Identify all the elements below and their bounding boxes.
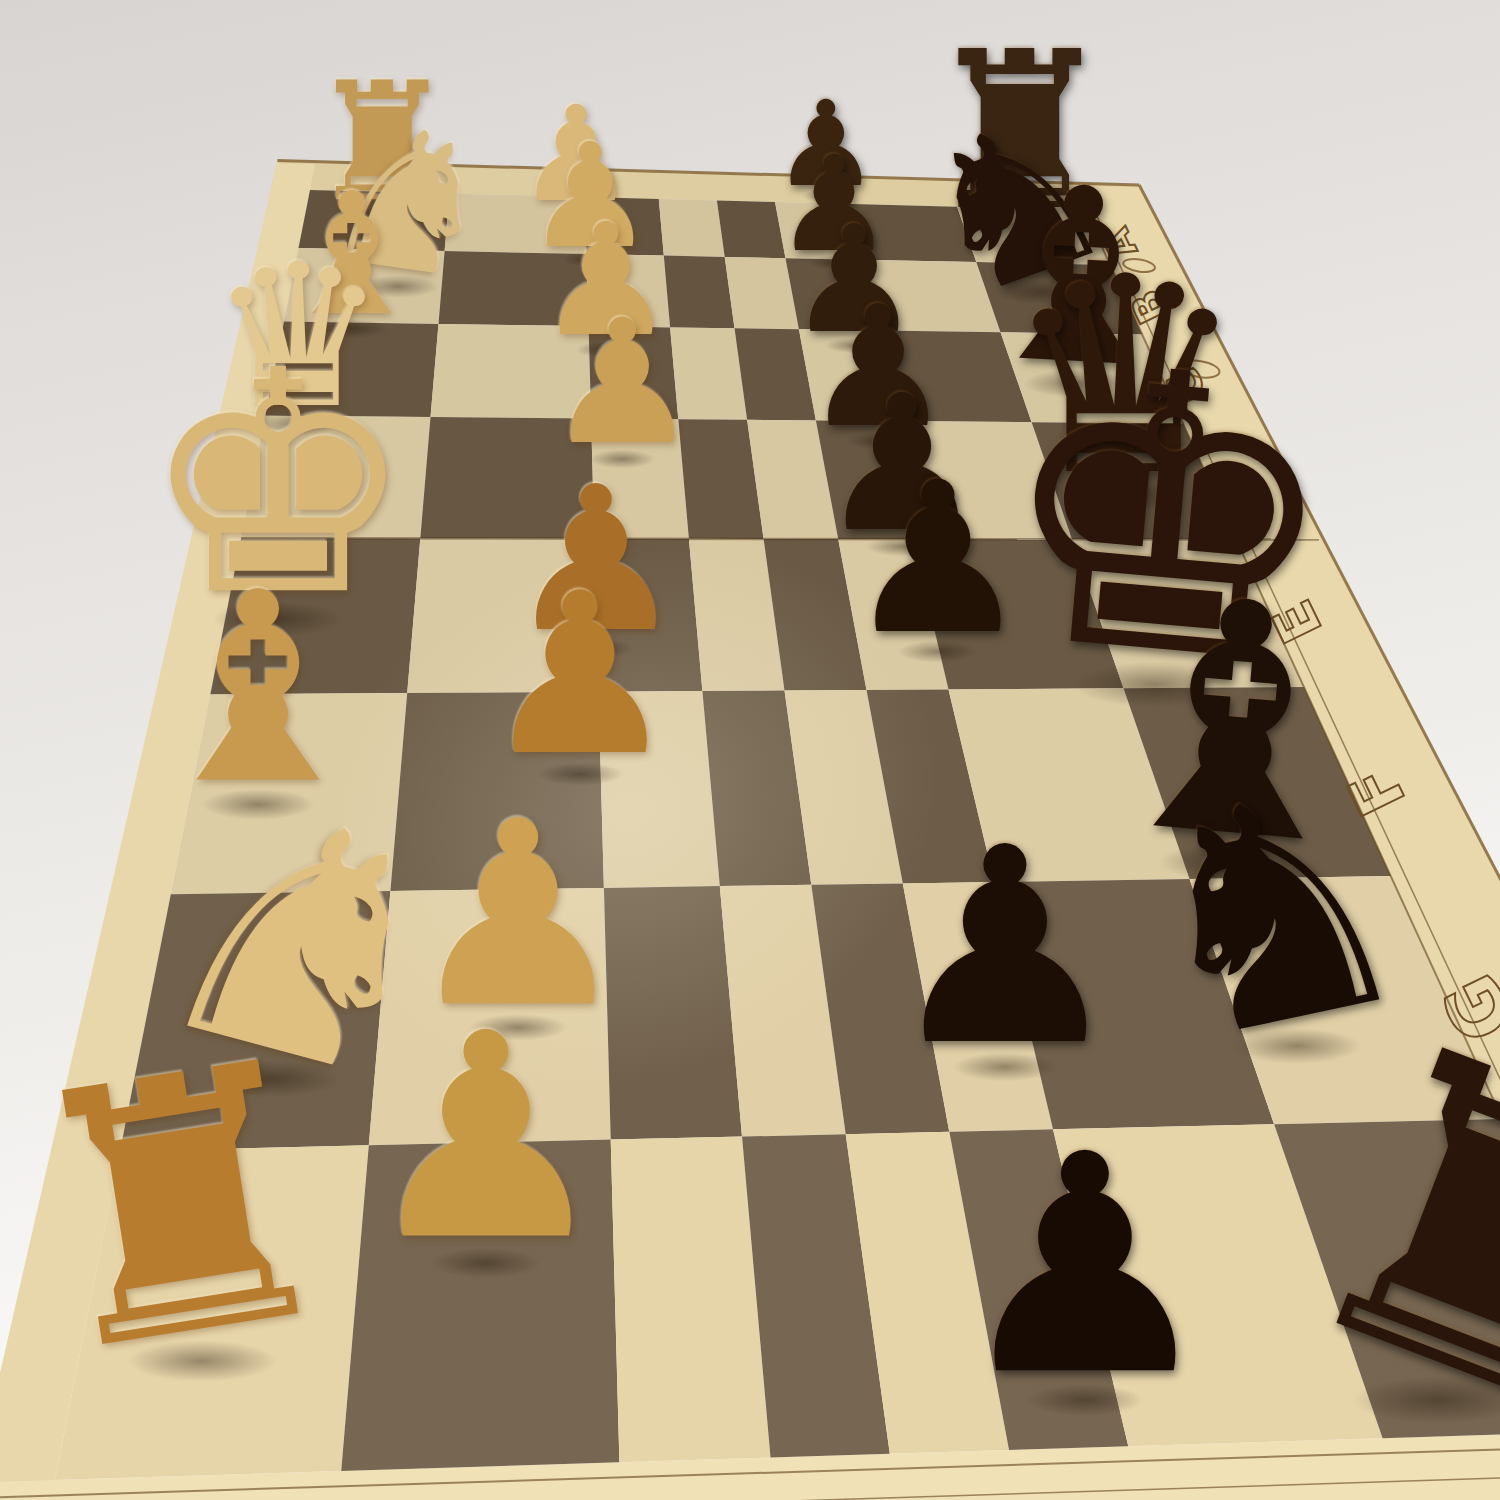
piece-white-pawn-h2: ♟ [486, 1268, 740, 1500]
rook-glyph: ♜ [0, 1009, 364, 1406]
piece-black-pawn-h7: ♟ [1085, 1405, 1356, 1500]
pawn-glyph: ♟ [950, 1115, 1221, 1417]
pawn-glyph: ♟ [359, 996, 613, 1279]
photo-stage: ABCDEFGH ♟♟♜♜♟♟♞♞♝♟♟♝♛♟♟♛♟♚♟♟♚♟♝♝♟♞♟♞♟♜♟… [0, 0, 1500, 1500]
pawn-glyph: ♟ [480, 564, 680, 787]
pawn-glyph: ♟ [884, 812, 1127, 1083]
pieces-layer: ♟♟♜♜♟♟♞♞♝♟♟♝♛♟♟♛♟♚♟♟♚♟♝♝♟♞♟♞♟♜♟♜ [0, 0, 1500, 1500]
piece-black-rook-h8: ♜ [1438, 1408, 1500, 1500]
piece-white-rook-h1: ♜ [202, 1368, 518, 1500]
